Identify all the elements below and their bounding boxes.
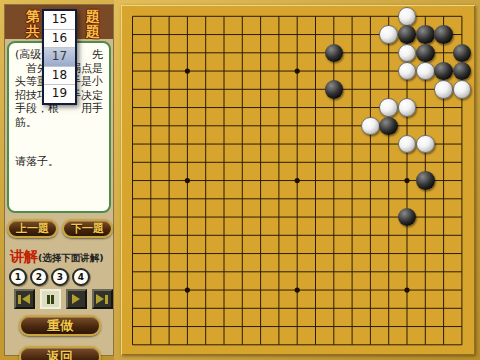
problem-number-dropdown[interactable]: 1516171819 (42, 9, 77, 105)
nav-buttons: 上一題 下一題 (7, 219, 113, 238)
play-button[interactable] (66, 289, 87, 309)
stone-black (453, 44, 472, 63)
explain-option-1[interactable]: 1 (9, 268, 27, 286)
dropdown-item-17[interactable]: 17 (44, 48, 75, 67)
stone-white (416, 62, 435, 81)
explain-hint: (选择下面讲解) (38, 252, 104, 263)
stone-white (434, 80, 453, 99)
explain-row: 讲解(选择下面讲解) (10, 246, 114, 266)
move-prompt: 请落子。 (15, 155, 103, 169)
explain-option-2[interactable]: 2 (30, 268, 48, 286)
media-controls (14, 289, 113, 309)
explain-option-4[interactable]: 4 (72, 268, 90, 286)
next-problem-button[interactable]: 下一題 (62, 219, 113, 238)
explain-option-3[interactable]: 3 (51, 268, 69, 286)
stone-white (398, 7, 417, 26)
header-char-ti2: 題 (86, 23, 100, 41)
dropdown-item-16[interactable]: 16 (44, 30, 75, 49)
stone-white (361, 117, 380, 136)
stone-white (453, 80, 472, 99)
stone-black (325, 44, 344, 63)
problem-text-line: 筋。 (15, 116, 103, 130)
back-button[interactable]: 返回 (19, 346, 101, 360)
dropdown-item-15[interactable]: 15 (44, 11, 75, 30)
stone-black (416, 44, 435, 63)
stone-black (434, 25, 453, 44)
app-window: 第 題 共 題 (高级)先 首先弱点是头等重要手是小招技巧，手决定手段，根用手筋… (0, 0, 480, 360)
stone-black (325, 80, 344, 99)
stone-black (416, 25, 435, 44)
header-char-gong: 共 (26, 23, 40, 41)
stone-black (398, 25, 417, 44)
stone-white (379, 25, 398, 44)
skip-back-button[interactable] (14, 289, 35, 309)
board-surface[interactable] (121, 5, 475, 355)
stone-black (416, 171, 435, 190)
dropdown-item-19[interactable]: 19 (44, 85, 75, 103)
prev-problem-button[interactable]: 上一題 (7, 219, 58, 238)
stone-black (379, 117, 398, 136)
dropdown-item-18[interactable]: 18 (44, 67, 75, 86)
redo-button[interactable]: 重做 (19, 315, 101, 336)
pause-button[interactable] (40, 289, 61, 309)
stone-white (379, 98, 398, 117)
stone-white (398, 98, 417, 117)
stone-black (434, 62, 453, 81)
skip-forward-button[interactable] (92, 289, 113, 309)
explain-option-circles: 1234 (9, 265, 93, 286)
explain-title: 讲解 (10, 248, 38, 264)
stone-white (416, 135, 435, 154)
board-frame (114, 0, 480, 360)
